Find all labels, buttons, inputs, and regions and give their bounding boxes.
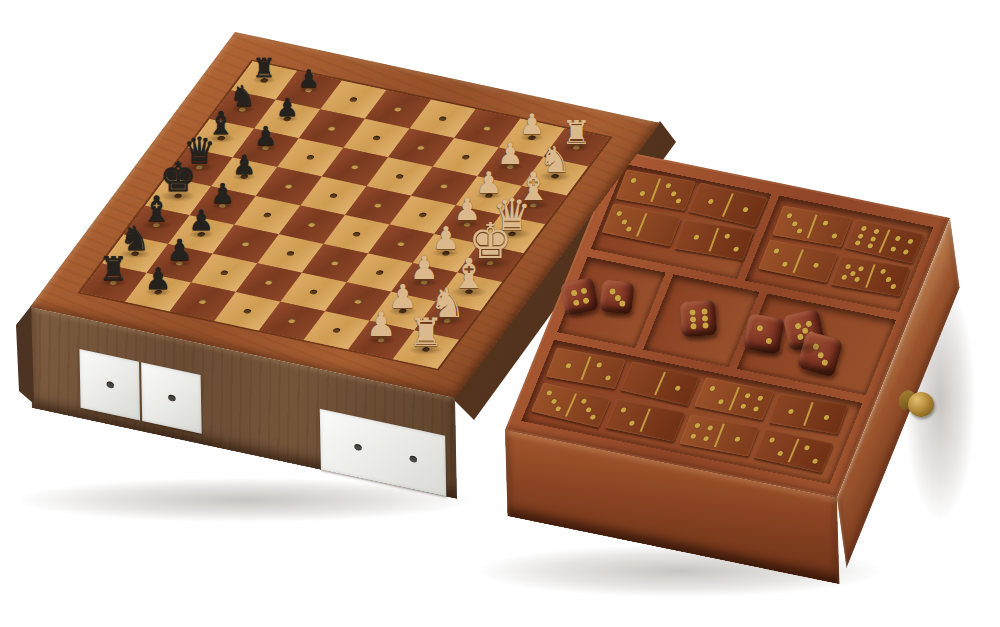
domino-pip	[582, 297, 589, 304]
die-shadow	[598, 306, 636, 319]
die-shadow	[797, 365, 843, 380]
domino-pip	[806, 320, 813, 327]
domino-pip	[570, 289, 577, 296]
die-shadow	[559, 306, 599, 319]
chess-box-product-photo: ♜♞♝♛♚♝♞♜♟♟♟♟♟♟♟♟♟♟♟♟♟♟♟♟♜♞♝♛♚♝♞♜	[0, 0, 1000, 627]
domino-pip	[691, 316, 697, 322]
domino-pip	[609, 288, 616, 295]
drawer-knob	[908, 392, 934, 417]
domino-pip	[690, 309, 696, 315]
domino-pip	[702, 322, 708, 328]
die-shadow	[678, 329, 720, 343]
die-shadow	[743, 345, 786, 359]
domino-pip	[614, 294, 621, 301]
domino-pip	[797, 333, 804, 340]
domino-pip	[766, 337, 773, 344]
domino-pip	[580, 287, 587, 294]
domino-pip	[701, 308, 707, 314]
domino-pip	[757, 325, 764, 332]
dice-layer	[0, 0, 1000, 627]
domino-pip	[702, 315, 708, 321]
domino-pip	[795, 322, 802, 329]
